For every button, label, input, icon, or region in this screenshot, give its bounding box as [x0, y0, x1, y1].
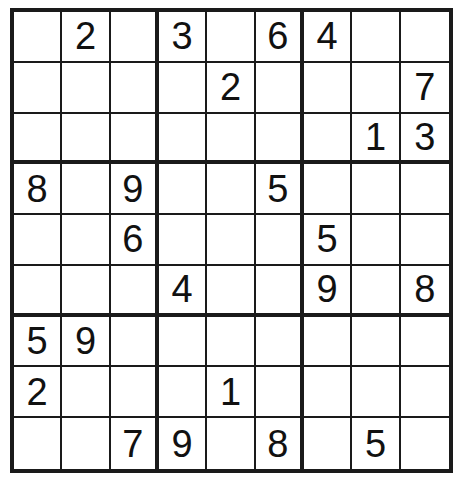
cell-r7c6[interactable]	[256, 317, 304, 368]
cell-r9c3: 7	[111, 418, 159, 469]
cell-r7c2: 9	[62, 317, 110, 368]
cell-r2c8[interactable]	[352, 63, 400, 114]
cell-r7c7[interactable]	[304, 317, 352, 368]
cell-r8c3[interactable]	[111, 367, 159, 418]
cell-r8c4[interactable]	[159, 367, 207, 418]
cell-r9c9[interactable]	[401, 418, 449, 469]
cell-r1c1[interactable]	[14, 12, 62, 63]
cell-r4c5[interactable]	[207, 164, 255, 215]
cell-r5c5[interactable]	[207, 215, 255, 266]
cell-r5c9[interactable]	[401, 215, 449, 266]
cell-r2c1[interactable]	[14, 63, 62, 114]
cell-r9c6: 8	[256, 418, 304, 469]
cell-r3c2[interactable]	[62, 114, 110, 165]
cell-r2c2[interactable]	[62, 63, 110, 114]
cell-r6c1[interactable]	[14, 266, 62, 317]
cell-r6c4: 4	[159, 266, 207, 317]
cell-r9c8: 5	[352, 418, 400, 469]
cell-r5c3: 6	[111, 215, 159, 266]
cell-r7c8[interactable]	[352, 317, 400, 368]
cell-r5c2[interactable]	[62, 215, 110, 266]
cell-r4c9[interactable]	[401, 164, 449, 215]
cell-r3c1[interactable]	[14, 114, 62, 165]
cell-r9c1[interactable]	[14, 418, 62, 469]
cell-r5c4[interactable]	[159, 215, 207, 266]
cell-r6c2[interactable]	[62, 266, 110, 317]
cell-r6c6[interactable]	[256, 266, 304, 317]
cell-r4c6: 5	[256, 164, 304, 215]
cell-r4c8[interactable]	[352, 164, 400, 215]
sudoku-board: 236427138956549859217985	[10, 8, 453, 473]
cell-r7c3[interactable]	[111, 317, 159, 368]
cell-r8c6[interactable]	[256, 367, 304, 418]
cell-r9c2[interactable]	[62, 418, 110, 469]
cell-r4c7[interactable]	[304, 164, 352, 215]
cell-r8c1: 2	[14, 367, 62, 418]
cell-r6c8[interactable]	[352, 266, 400, 317]
cell-r1c8[interactable]	[352, 12, 400, 63]
cell-r2c6[interactable]	[256, 63, 304, 114]
cell-r2c7[interactable]	[304, 63, 352, 114]
cell-r2c4[interactable]	[159, 63, 207, 114]
cell-r1c7: 4	[304, 12, 352, 63]
cell-r9c5[interactable]	[207, 418, 255, 469]
cell-r1c5[interactable]	[207, 12, 255, 63]
cell-r5c1[interactable]	[14, 215, 62, 266]
cell-r5c6[interactable]	[256, 215, 304, 266]
cell-r8c8[interactable]	[352, 367, 400, 418]
cell-r3c4[interactable]	[159, 114, 207, 165]
cell-r3c9: 3	[401, 114, 449, 165]
cell-r4c1: 8	[14, 164, 62, 215]
cell-r5c8[interactable]	[352, 215, 400, 266]
cell-r3c6[interactable]	[256, 114, 304, 165]
cell-r9c4: 9	[159, 418, 207, 469]
cell-r1c3[interactable]	[111, 12, 159, 63]
cell-r6c5[interactable]	[207, 266, 255, 317]
cell-r4c2[interactable]	[62, 164, 110, 215]
cell-r2c9: 7	[401, 63, 449, 114]
cell-r1c9[interactable]	[401, 12, 449, 63]
cell-r3c8: 1	[352, 114, 400, 165]
cell-r3c3[interactable]	[111, 114, 159, 165]
cell-r5c7: 5	[304, 215, 352, 266]
cell-r1c2: 2	[62, 12, 110, 63]
cell-r3c7[interactable]	[304, 114, 352, 165]
cell-r7c9[interactable]	[401, 317, 449, 368]
cell-r1c4: 3	[159, 12, 207, 63]
cell-r8c2[interactable]	[62, 367, 110, 418]
cell-r6c3[interactable]	[111, 266, 159, 317]
cell-r7c5[interactable]	[207, 317, 255, 368]
cell-r6c9: 8	[401, 266, 449, 317]
cell-r2c5: 2	[207, 63, 255, 114]
cell-r8c7[interactable]	[304, 367, 352, 418]
cell-r4c4[interactable]	[159, 164, 207, 215]
cell-r2c3[interactable]	[111, 63, 159, 114]
cell-r8c5: 1	[207, 367, 255, 418]
cell-r7c4[interactable]	[159, 317, 207, 368]
cell-r9c7[interactable]	[304, 418, 352, 469]
cell-r1c6: 6	[256, 12, 304, 63]
cell-r6c7: 9	[304, 266, 352, 317]
cell-r7c1: 5	[14, 317, 62, 368]
cell-r8c9[interactable]	[401, 367, 449, 418]
cell-r3c5[interactable]	[207, 114, 255, 165]
cell-r4c3: 9	[111, 164, 159, 215]
